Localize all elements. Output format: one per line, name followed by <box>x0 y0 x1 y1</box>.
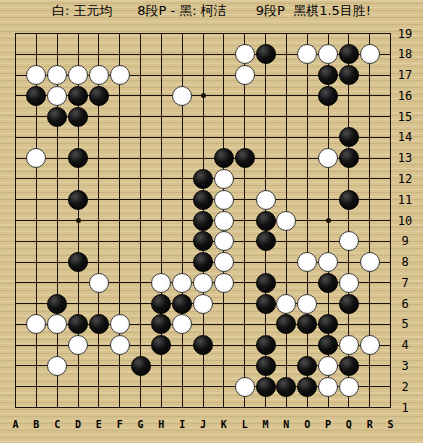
board-cell <box>370 304 391 325</box>
board-cell <box>16 179 37 200</box>
column-label: M <box>256 419 276 430</box>
stone-white <box>172 273 192 293</box>
board-cell <box>370 96 391 117</box>
board-cell <box>141 159 162 180</box>
board-cell <box>79 366 100 387</box>
board-cell <box>370 76 391 97</box>
board-cell <box>370 200 391 221</box>
stone-black <box>339 44 359 64</box>
board-cell <box>308 200 329 221</box>
stone-white <box>339 273 359 293</box>
row-label: 5 <box>393 317 417 331</box>
board-cell <box>37 34 58 55</box>
board-cell <box>16 283 37 304</box>
row-label: 10 <box>393 214 417 228</box>
stone-white <box>214 169 234 189</box>
board-cell <box>16 263 37 284</box>
board-cell <box>141 179 162 200</box>
board-cell <box>308 221 329 242</box>
stone-white <box>235 65 255 85</box>
board-cell <box>162 55 183 76</box>
board-cell <box>16 200 37 221</box>
stone-black <box>131 356 151 376</box>
row-label: 9 <box>393 234 417 248</box>
board-cell <box>141 34 162 55</box>
stone-white <box>89 273 109 293</box>
board-cell <box>99 179 120 200</box>
board-cell <box>58 34 79 55</box>
board-cell <box>120 263 141 284</box>
stone-white <box>193 294 213 314</box>
board-cell <box>120 117 141 138</box>
stone-white <box>110 65 130 85</box>
board-cell <box>120 200 141 221</box>
board-cell <box>162 366 183 387</box>
board-cell <box>120 283 141 304</box>
board-cell <box>370 221 391 242</box>
column-label: C <box>47 419 67 430</box>
stone-black <box>256 294 276 314</box>
stone-black <box>68 107 88 127</box>
board-cell <box>266 159 287 180</box>
board-cell <box>204 76 225 97</box>
board-cell <box>204 55 225 76</box>
row-label: 16 <box>393 89 417 103</box>
board-cell <box>16 117 37 138</box>
column-label: F <box>110 419 130 430</box>
board-cell <box>37 221 58 242</box>
board-cell <box>162 221 183 242</box>
stone-white <box>172 86 192 106</box>
board-cell <box>99 242 120 263</box>
board-cell <box>183 117 204 138</box>
column-label: R <box>360 419 380 430</box>
stone-black <box>256 377 276 397</box>
stone-black <box>339 65 359 85</box>
column-label: Q <box>339 419 359 430</box>
column-label: H <box>151 419 171 430</box>
stone-white <box>276 211 296 231</box>
board-cell <box>37 387 58 408</box>
stone-white <box>318 377 338 397</box>
stone-white <box>339 335 359 355</box>
column-label: A <box>6 419 26 430</box>
board-cell <box>370 159 391 180</box>
board-cell <box>120 242 141 263</box>
board-cell <box>99 366 120 387</box>
board-cell <box>183 387 204 408</box>
stone-white <box>318 252 338 272</box>
board-cell <box>204 96 225 117</box>
stone-black <box>297 377 317 397</box>
stone-black <box>68 190 88 210</box>
row-label: 14 <box>393 130 417 144</box>
board-cell <box>183 55 204 76</box>
board-cell <box>287 76 308 97</box>
row-label: 3 <box>393 359 417 373</box>
stone-white <box>339 231 359 251</box>
stone-white <box>214 211 234 231</box>
stone-black <box>235 148 255 168</box>
board-cell <box>141 76 162 97</box>
board-cell <box>370 117 391 138</box>
stone-black <box>193 190 213 210</box>
star-point <box>326 218 331 223</box>
board-cell <box>183 34 204 55</box>
board-cell <box>266 76 287 97</box>
board-cell <box>287 138 308 159</box>
board-cell <box>224 346 245 367</box>
stone-black <box>256 44 276 64</box>
row-label: 7 <box>393 276 417 290</box>
row-label: 17 <box>393 68 417 82</box>
board-cell <box>16 242 37 263</box>
row-label: 6 <box>393 297 417 311</box>
board-cell <box>120 138 141 159</box>
stone-white <box>360 335 380 355</box>
board-cell <box>79 221 100 242</box>
board-cell <box>58 221 79 242</box>
stone-white <box>360 44 380 64</box>
board-cell <box>162 179 183 200</box>
board-cell <box>349 96 370 117</box>
board-cell <box>99 117 120 138</box>
board-cell <box>37 263 58 284</box>
board-cell <box>120 96 141 117</box>
stone-white <box>214 252 234 272</box>
column-label: I <box>172 419 192 430</box>
board-cell <box>79 34 100 55</box>
stone-black <box>318 65 338 85</box>
row-label: 12 <box>393 172 417 186</box>
column-label: D <box>68 419 88 430</box>
board-cell <box>224 96 245 117</box>
stone-white <box>68 65 88 85</box>
board-cell <box>162 159 183 180</box>
star-point <box>201 93 206 98</box>
board-cell <box>162 34 183 55</box>
board-cell <box>183 138 204 159</box>
board-cell <box>120 34 141 55</box>
star-point <box>76 218 81 223</box>
board-cell <box>162 200 183 221</box>
column-label: E <box>89 419 109 430</box>
board-cell <box>120 159 141 180</box>
stone-white <box>193 273 213 293</box>
column-label: L <box>235 419 255 430</box>
row-label: 1 <box>393 401 417 415</box>
stone-black <box>47 107 67 127</box>
board-cell <box>308 179 329 200</box>
stone-black <box>297 356 317 376</box>
stone-white <box>235 377 255 397</box>
board-cell <box>370 387 391 408</box>
row-label: 4 <box>393 338 417 352</box>
board-cell <box>141 96 162 117</box>
stone-black <box>193 169 213 189</box>
row-label: 15 <box>393 110 417 124</box>
game-info-header: 白: 王元均 8段P - 黑: 柯洁 9段P 黑棋1.5目胜! <box>0 3 423 18</box>
board-cell <box>37 200 58 221</box>
stone-white <box>235 44 255 64</box>
column-label: J <box>193 419 213 430</box>
board-cell <box>58 387 79 408</box>
board-cell <box>79 387 100 408</box>
board-cell <box>141 55 162 76</box>
column-label: G <box>131 419 151 430</box>
column-label: B <box>26 419 46 430</box>
board-cell <box>162 117 183 138</box>
board-cell <box>141 138 162 159</box>
board-cell <box>99 138 120 159</box>
stone-black <box>214 148 234 168</box>
board-cell <box>204 34 225 55</box>
stone-black <box>47 294 67 314</box>
board-cell <box>162 242 183 263</box>
board-cell <box>16 387 37 408</box>
board-cell <box>16 34 37 55</box>
board-cell <box>224 325 245 346</box>
column-label: N <box>276 419 296 430</box>
stone-white <box>110 314 130 334</box>
board-cell <box>141 200 162 221</box>
stone-black <box>276 377 296 397</box>
stone-white <box>214 273 234 293</box>
column-label: K <box>214 419 234 430</box>
stone-black <box>256 231 276 251</box>
row-label: 8 <box>393 255 417 269</box>
stone-white <box>47 86 67 106</box>
stone-black <box>193 252 213 272</box>
stone-black <box>172 294 192 314</box>
board-cell <box>266 96 287 117</box>
stone-black <box>89 86 109 106</box>
stone-black <box>339 356 359 376</box>
board-cell <box>370 179 391 200</box>
stone-white <box>214 190 234 210</box>
stone-black <box>318 86 338 106</box>
stone-white <box>297 294 317 314</box>
board-cell <box>183 366 204 387</box>
board-cell <box>224 117 245 138</box>
board-cell <box>99 200 120 221</box>
stone-black <box>318 273 338 293</box>
stone-white <box>256 190 276 210</box>
stone-white <box>110 335 130 355</box>
stone-white <box>276 294 296 314</box>
board-cell <box>16 221 37 242</box>
board-cell <box>99 221 120 242</box>
row-label: 13 <box>393 151 417 165</box>
row-label: 18 <box>393 47 417 61</box>
board-cell <box>37 179 58 200</box>
stone-black <box>256 335 276 355</box>
board-cell <box>120 387 141 408</box>
board-cell <box>370 366 391 387</box>
board-cell <box>99 387 120 408</box>
stone-black <box>193 211 213 231</box>
board-cell <box>287 159 308 180</box>
board-cell <box>245 96 266 117</box>
go-board-screen: 白: 王元均 8段P - 黑: 柯洁 9段P 黑棋1.5目胜! ABCDEFGH… <box>0 0 423 443</box>
board-cell <box>37 242 58 263</box>
board-cell <box>370 283 391 304</box>
board-cell <box>266 138 287 159</box>
stone-black <box>339 148 359 168</box>
stone-black <box>68 86 88 106</box>
board-cell <box>99 159 120 180</box>
stone-black <box>68 252 88 272</box>
board-cell <box>141 242 162 263</box>
stone-white <box>89 65 109 85</box>
board-cell <box>266 117 287 138</box>
board-cell <box>204 117 225 138</box>
stone-white <box>214 231 234 251</box>
board-cell <box>370 138 391 159</box>
board-cell <box>287 179 308 200</box>
stone-white <box>318 356 338 376</box>
stone-black <box>339 294 359 314</box>
board-cell <box>204 366 225 387</box>
board-cell <box>204 387 225 408</box>
board-cell <box>245 117 266 138</box>
board-cell <box>99 34 120 55</box>
board-cell <box>16 366 37 387</box>
stone-black <box>256 273 276 293</box>
board-cell <box>120 179 141 200</box>
stone-black <box>256 356 276 376</box>
row-label: 11 <box>393 193 417 207</box>
board-cell <box>162 138 183 159</box>
column-label: P <box>318 419 338 430</box>
board-cell <box>141 387 162 408</box>
board-cell <box>162 387 183 408</box>
stone-white <box>360 252 380 272</box>
board-cell <box>16 346 37 367</box>
board-cell <box>287 117 308 138</box>
board-cell <box>120 221 141 242</box>
stone-black <box>339 190 359 210</box>
board-cell <box>308 117 329 138</box>
board-cell <box>224 304 245 325</box>
board-cell <box>141 221 162 242</box>
column-label: O <box>297 419 317 430</box>
board-cell <box>141 117 162 138</box>
row-label: 19 <box>393 27 417 41</box>
stone-white <box>339 377 359 397</box>
stone-black <box>256 211 276 231</box>
stone-black <box>151 294 171 314</box>
row-label: 2 <box>393 380 417 394</box>
board-cell <box>287 96 308 117</box>
stone-white <box>47 356 67 376</box>
column-label: S <box>381 419 401 430</box>
